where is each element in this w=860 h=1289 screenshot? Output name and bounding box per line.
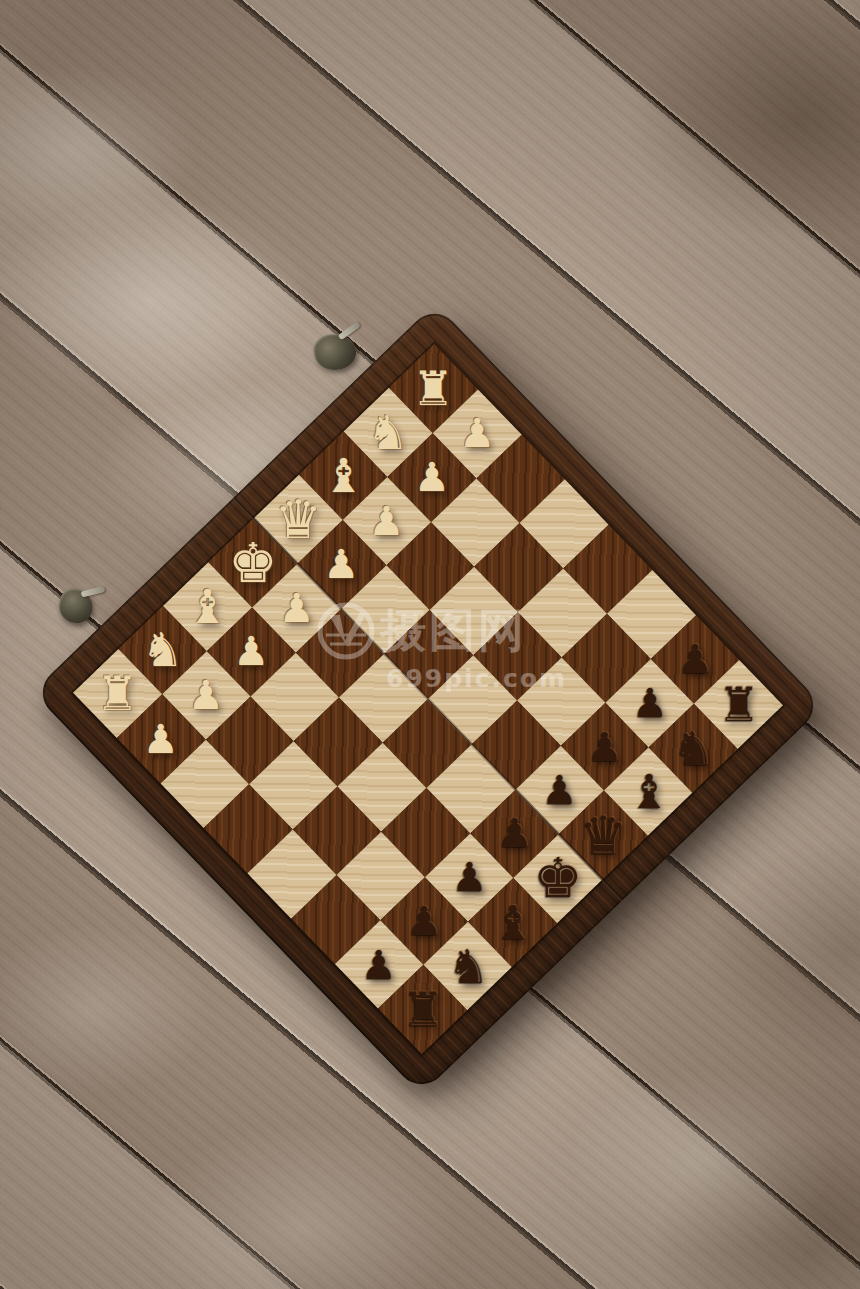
board-clasp-top [312,331,359,372]
white-queen[interactable]: ♛ [274,493,322,546]
black-bishop[interactable]: ♝ [627,768,669,815]
black-knight[interactable]: ♞ [447,942,489,989]
white-pawn[interactable]: ♟ [279,588,315,628]
white-pawn[interactable]: ♟ [143,719,179,759]
white-pawn[interactable]: ♟ [233,632,269,672]
white-knight[interactable]: ♞ [142,626,184,673]
black-pawn[interactable]: ♟ [677,639,713,679]
black-pawn[interactable]: ♟ [451,857,487,897]
white-pawn[interactable]: ♟ [414,457,450,497]
white-bishop[interactable]: ♝ [322,452,364,499]
white-rook[interactable]: ♜ [96,670,138,717]
white-knight[interactable]: ♞ [367,409,409,456]
black-queen[interactable]: ♛ [579,809,627,862]
clasp-metal-icon [312,331,359,372]
black-rook[interactable]: ♜ [717,681,759,728]
white-pawn[interactable]: ♟ [459,414,495,454]
black-pawn[interactable]: ♟ [542,770,578,810]
white-pawn[interactable]: ♟ [369,501,405,541]
black-pawn[interactable]: ♟ [632,683,668,723]
black-pawn[interactable]: ♟ [361,944,397,984]
black-pawn[interactable]: ♟ [406,901,442,941]
black-king[interactable]: ♚ [533,851,582,906]
black-bishop[interactable]: ♝ [492,899,534,946]
white-pawn[interactable]: ♟ [188,675,224,715]
white-rook[interactable]: ♜ [412,365,454,412]
white-king[interactable]: ♚ [228,535,277,590]
white-pawn[interactable]: ♟ [324,544,360,584]
black-knight[interactable]: ♞ [672,725,714,772]
black-pawn[interactable]: ♟ [587,726,623,766]
white-bishop[interactable]: ♝ [187,583,229,630]
black-pawn[interactable]: ♟ [496,814,532,854]
black-rook[interactable]: ♜ [402,986,444,1033]
